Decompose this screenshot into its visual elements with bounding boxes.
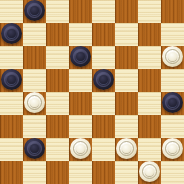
square-f3	[115, 115, 138, 138]
square-d4[interactable]	[69, 92, 92, 115]
square-g8	[138, 0, 161, 23]
square-b8[interactable]	[23, 0, 46, 23]
square-e1[interactable]	[92, 161, 115, 184]
black-man-h4[interactable]	[162, 92, 183, 113]
square-g4	[138, 92, 161, 115]
square-c7[interactable]	[46, 23, 69, 46]
square-h4[interactable]	[161, 92, 184, 115]
square-g2	[138, 138, 161, 161]
square-b7	[23, 23, 46, 46]
square-e3[interactable]	[92, 115, 115, 138]
square-h1	[161, 161, 184, 184]
black-man-a7[interactable]	[1, 23, 22, 44]
square-g7[interactable]	[138, 23, 161, 46]
square-d5	[69, 69, 92, 92]
square-d2[interactable]	[69, 138, 92, 161]
square-c5[interactable]	[46, 69, 69, 92]
black-man-a5[interactable]	[1, 69, 22, 90]
square-a4	[0, 92, 23, 115]
square-d7	[69, 23, 92, 46]
square-e8	[92, 0, 115, 23]
white-man-h2[interactable]	[162, 138, 183, 159]
square-b5	[23, 69, 46, 92]
white-man-g1[interactable]	[139, 161, 160, 182]
square-e2	[92, 138, 115, 161]
checkers-board	[0, 0, 184, 184]
white-man-f2[interactable]	[116, 138, 137, 159]
square-a5[interactable]	[0, 69, 23, 92]
square-e4	[92, 92, 115, 115]
square-a8	[0, 0, 23, 23]
square-a3[interactable]	[0, 115, 23, 138]
square-c8	[46, 0, 69, 23]
square-h7	[161, 23, 184, 46]
square-f8[interactable]	[115, 0, 138, 23]
square-d3	[69, 115, 92, 138]
square-f6[interactable]	[115, 46, 138, 69]
square-c1[interactable]	[46, 161, 69, 184]
square-c4	[46, 92, 69, 115]
white-man-d2[interactable]	[70, 138, 91, 159]
square-b1	[23, 161, 46, 184]
square-c2	[46, 138, 69, 161]
square-g6	[138, 46, 161, 69]
square-h3	[161, 115, 184, 138]
square-a1[interactable]	[0, 161, 23, 184]
square-b3	[23, 115, 46, 138]
square-d6[interactable]	[69, 46, 92, 69]
black-man-b2[interactable]	[24, 138, 45, 159]
square-a2	[0, 138, 23, 161]
square-d8[interactable]	[69, 0, 92, 23]
square-c6	[46, 46, 69, 69]
square-g1[interactable]	[138, 161, 161, 184]
square-c3[interactable]	[46, 115, 69, 138]
square-h5	[161, 69, 184, 92]
square-b4[interactable]	[23, 92, 46, 115]
square-a7[interactable]	[0, 23, 23, 46]
square-h8[interactable]	[161, 0, 184, 23]
white-man-h6[interactable]	[162, 46, 183, 67]
square-f4[interactable]	[115, 92, 138, 115]
square-b6[interactable]	[23, 46, 46, 69]
white-man-b4[interactable]	[24, 92, 45, 113]
square-f2[interactable]	[115, 138, 138, 161]
square-e7[interactable]	[92, 23, 115, 46]
square-h6[interactable]	[161, 46, 184, 69]
square-f7	[115, 23, 138, 46]
black-man-d6[interactable]	[70, 46, 91, 67]
black-man-b8[interactable]	[24, 0, 45, 21]
square-e5[interactable]	[92, 69, 115, 92]
square-d1	[69, 161, 92, 184]
square-g5[interactable]	[138, 69, 161, 92]
black-man-e5[interactable]	[93, 69, 114, 90]
square-b2[interactable]	[23, 138, 46, 161]
square-f1	[115, 161, 138, 184]
square-h2[interactable]	[161, 138, 184, 161]
square-a6	[0, 46, 23, 69]
square-f5	[115, 69, 138, 92]
square-e6	[92, 46, 115, 69]
square-g3[interactable]	[138, 115, 161, 138]
